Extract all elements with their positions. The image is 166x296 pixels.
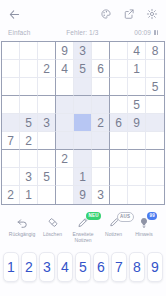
cell-r1c8[interactable]: 4	[128, 42, 146, 60]
cell-r2c2[interactable]	[20, 60, 38, 78]
cell-r3c4[interactable]	[56, 78, 74, 96]
cell-r9c8[interactable]	[128, 186, 146, 204]
cell-r7c1[interactable]	[2, 150, 20, 168]
back-button[interactable]	[8, 8, 21, 21]
numpad-8[interactable]: 8	[129, 252, 145, 282]
top-bar	[0, 0, 166, 21]
cell-r9c7[interactable]	[110, 186, 128, 204]
numpad-3[interactable]: 3	[39, 252, 55, 282]
cell-r6c1[interactable]: 7	[2, 132, 20, 150]
numpad-6[interactable]: 6	[93, 252, 109, 282]
timer-label: 00:09	[134, 29, 151, 36]
hint-label: Hinweis	[135, 231, 153, 237]
cell-r8c7[interactable]	[110, 168, 128, 186]
share-button[interactable]	[123, 8, 135, 20]
pause-button[interactable]	[154, 30, 158, 35]
cell-r3c5[interactable]	[74, 78, 92, 96]
cell-r4c5[interactable]	[74, 96, 92, 114]
cell-r7c2[interactable]	[20, 150, 38, 168]
cell-r3c7[interactable]	[110, 78, 128, 96]
cell-r7c4[interactable]: 2	[56, 150, 74, 168]
gear-icon	[146, 8, 158, 20]
cell-r4c1[interactable]	[2, 96, 20, 114]
cell-r6c8[interactable]	[128, 132, 146, 150]
theme-button[interactable]	[100, 8, 112, 20]
cell-r3c6[interactable]	[92, 78, 110, 96]
cell-r1c9[interactable]: 8	[146, 42, 164, 60]
cell-r4c2[interactable]	[20, 96, 38, 114]
palette-icon	[100, 8, 112, 20]
cell-r4c8[interactable]: 5	[128, 96, 146, 114]
erase-label: Löschen	[43, 231, 62, 237]
difficulty-label: Einfach	[8, 29, 30, 36]
hint-badge: 99	[147, 212, 157, 220]
cell-r2c3[interactable]: 2	[38, 60, 56, 78]
cell-r6c9[interactable]	[146, 132, 164, 150]
cell-r1c3[interactable]	[38, 42, 56, 60]
cell-r6c3[interactable]	[38, 132, 56, 150]
undo-label: Rückgängig	[9, 231, 35, 237]
cell-r8c8[interactable]	[128, 168, 146, 186]
cell-r8c6[interactable]	[92, 168, 110, 186]
cell-r7c5[interactable]	[74, 150, 92, 168]
erase-button[interactable]: Löschen	[38, 215, 68, 243]
cell-r4c4[interactable]	[56, 96, 74, 114]
share-icon	[123, 8, 135, 20]
cell-r6c7[interactable]	[110, 132, 128, 150]
cell-r1c6[interactable]	[92, 42, 110, 60]
cell-r2c5[interactable]: 5	[74, 60, 92, 78]
settings-button[interactable]	[146, 8, 158, 20]
notes-label: Notizen	[105, 231, 122, 237]
toolbar: Rückgängig Löschen NEU Erweitete Notizen…	[0, 215, 166, 243]
cell-r3c9[interactable]: 5	[146, 78, 164, 96]
cell-r5c1[interactable]	[2, 114, 20, 132]
cell-r7c7[interactable]	[110, 150, 128, 168]
numpad-1[interactable]: 1	[3, 252, 19, 282]
cell-r1c1[interactable]	[2, 42, 20, 60]
cell-r7c9[interactable]	[146, 150, 164, 168]
cell-r2c7[interactable]	[110, 60, 128, 78]
cell-r8c3[interactable]: 5	[38, 168, 56, 186]
cell-r3c1[interactable]	[2, 78, 20, 96]
cell-r9c6[interactable]: 3	[92, 186, 110, 204]
cell-r8c2[interactable]: 3	[20, 168, 38, 186]
cell-r5c2[interactable]: 5	[20, 114, 38, 132]
notes-button[interactable]: AUS Notizen	[99, 215, 129, 243]
cell-r5c7[interactable]: 6	[110, 114, 128, 132]
cell-r2c9[interactable]	[146, 60, 164, 78]
cell-r8c1[interactable]	[2, 168, 20, 186]
cell-r2c8[interactable]: 1	[128, 60, 146, 78]
cell-r2c6[interactable]: 6	[92, 60, 110, 78]
cell-r6c6[interactable]	[92, 132, 110, 150]
undo-button[interactable]: Rückgängig	[7, 215, 37, 243]
cell-r5c3[interactable]: 3	[38, 114, 56, 132]
eraser-icon	[46, 215, 60, 229]
cell-r3c2[interactable]	[20, 78, 38, 96]
cell-r2c1[interactable]	[2, 60, 20, 78]
cell-r1c7[interactable]	[110, 42, 128, 60]
cell-r3c8[interactable]	[128, 78, 146, 96]
cell-r6c2[interactable]: 2	[20, 132, 38, 150]
cell-r5c4[interactable]	[56, 114, 74, 132]
cell-r4c6[interactable]	[92, 96, 110, 114]
numpad-5[interactable]: 5	[75, 252, 91, 282]
cell-r7c8[interactable]	[128, 150, 146, 168]
cell-r1c2[interactable]	[20, 42, 38, 60]
numpad-7[interactable]: 7	[111, 252, 127, 282]
cell-r8c9[interactable]	[146, 168, 164, 186]
cell-r1c4[interactable]: 9	[56, 42, 74, 60]
sudoku-board: 93482456155532697223512193	[1, 41, 165, 205]
cell-r9c1[interactable]: 2	[2, 186, 20, 204]
cell-r3c3[interactable]	[38, 78, 56, 96]
cell-r9c3[interactable]	[38, 186, 56, 204]
numpad-9[interactable]: 9	[147, 252, 163, 282]
cell-r5c8[interactable]: 9	[128, 114, 146, 132]
status-bar: Einfach Fehler: 1/3 00:09	[0, 28, 166, 36]
cell-r1c5[interactable]: 3	[74, 42, 92, 60]
cell-r6c5[interactable]	[74, 132, 92, 150]
cell-r9c9[interactable]	[146, 186, 164, 204]
cell-r9c5[interactable]: 9	[74, 186, 92, 204]
cell-r7c3[interactable]	[38, 150, 56, 168]
numpad-4[interactable]: 4	[57, 252, 73, 282]
cell-r4c3[interactable]	[38, 96, 56, 114]
cell-r9c4[interactable]	[56, 186, 74, 204]
undo-icon	[15, 215, 29, 229]
smart-notes-label: Erweitete Notizen	[73, 231, 94, 243]
cell-r2c4[interactable]: 4	[56, 60, 74, 78]
cell-r9c2[interactable]: 1	[20, 186, 38, 204]
back-arrow-icon	[8, 8, 21, 21]
smart-notes-button[interactable]: NEU Erweitete Notizen	[68, 215, 98, 243]
cell-r6c4[interactable]	[56, 132, 74, 150]
cell-r8c4[interactable]	[56, 168, 74, 186]
numpad: 123456789	[0, 252, 166, 282]
cell-r4c9[interactable]	[146, 96, 164, 114]
cell-r7c6[interactable]	[92, 150, 110, 168]
errors-label: Fehler: 1/3	[66, 29, 98, 36]
cell-r4c7[interactable]	[110, 96, 128, 114]
cell-r8c5[interactable]: 1	[74, 168, 92, 186]
numpad-2[interactable]: 2	[21, 252, 37, 282]
cell-r5c6[interactable]: 2	[92, 114, 110, 132]
cell-r5c5[interactable]	[74, 114, 92, 132]
cell-r5c9[interactable]	[146, 114, 164, 132]
hint-button[interactable]: 99 Hinweis	[129, 215, 159, 243]
